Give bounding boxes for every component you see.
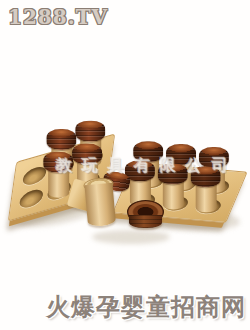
- cap-side: [129, 215, 162, 228]
- company-watermark: 教玩具有限公司: [56, 156, 238, 177]
- peg-cap: [75, 121, 105, 142]
- site-logo[interactable]: 1288.TV: [8, 5, 108, 29]
- pieces-shadow: [92, 230, 170, 244]
- loose-peg-uncapped: [83, 177, 117, 227]
- site-banner[interactable]: 火爆孕婴童招商网: [0, 291, 246, 323]
- page: 1288.TV 教玩具有限公司 火爆孕婴童招商网: [0, 0, 250, 330]
- peg-body: [84, 183, 116, 227]
- tray-right-cell-r1c2: [189, 193, 230, 215]
- loose-cap-hollow-up: [127, 200, 164, 228]
- hole: [18, 187, 43, 210]
